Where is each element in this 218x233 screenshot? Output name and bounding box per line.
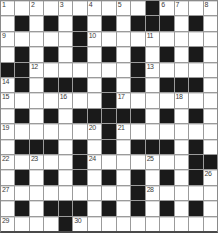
cell-r4c13[interactable] <box>175 47 188 61</box>
block-r14c5 <box>59 201 72 215</box>
cell-r7c4[interactable] <box>44 93 57 107</box>
cell-r12c9[interactable] <box>117 170 130 184</box>
block-r2c4 <box>44 16 57 30</box>
cell-r6c15[interactable] <box>204 78 217 92</box>
cell-r1c4[interactable] <box>44 1 57 15</box>
cell-r2c9[interactable] <box>117 16 130 30</box>
block-r4c6 <box>73 47 86 61</box>
cell-r15c8[interactable] <box>102 217 115 231</box>
cell-r1c1[interactable]: 1 <box>1 1 14 15</box>
block-r2c14 <box>189 16 202 30</box>
cell-r1c13[interactable]: 7 <box>175 1 188 15</box>
block-r7c8 <box>102 93 115 107</box>
clue-number-29: 29 <box>2 217 9 225</box>
cell-r8c11[interactable] <box>146 109 159 123</box>
cell-r3c14[interactable] <box>189 32 202 46</box>
cell-r1c9[interactable]: 5 <box>117 1 130 15</box>
block-r8c9 <box>117 109 130 123</box>
cell-r7c2[interactable] <box>15 93 28 107</box>
cell-r15c15[interactable] <box>204 217 217 231</box>
cell-r9c1[interactable]: 19 <box>1 124 14 138</box>
cell-r15c9[interactable] <box>117 217 130 231</box>
cell-r2c1[interactable] <box>1 16 14 30</box>
cell-r4c5[interactable] <box>59 47 72 61</box>
block-r10c10 <box>131 140 144 154</box>
cell-r13c8[interactable] <box>102 186 115 200</box>
cell-r9c13[interactable] <box>175 124 188 138</box>
cell-r14c7[interactable] <box>88 201 101 215</box>
cell-r13c5[interactable] <box>59 186 72 200</box>
block-r6c13 <box>175 78 188 92</box>
block-r2c12 <box>160 16 173 30</box>
cell-r2c3[interactable] <box>30 16 43 30</box>
clue-number-28: 28 <box>147 186 154 194</box>
cell-r5c13[interactable] <box>175 63 188 77</box>
cell-r4c1[interactable] <box>1 47 14 61</box>
cell-r11c1[interactable]: 22 <box>1 155 14 169</box>
cell-r9c6[interactable] <box>73 124 86 138</box>
clue-number-20: 20 <box>89 124 96 132</box>
cell-r10c5[interactable] <box>59 140 72 154</box>
cell-r12c5[interactable] <box>59 170 72 184</box>
cell-r15c12[interactable] <box>160 217 173 231</box>
cell-r1c7[interactable]: 4 <box>88 1 101 15</box>
cell-r5c15[interactable] <box>204 63 217 77</box>
clue-number-10: 10 <box>89 32 96 40</box>
cell-r6c9[interactable] <box>117 78 130 92</box>
block-r14c10 <box>131 201 144 215</box>
cell-r5c5[interactable] <box>59 63 72 77</box>
cell-r9c10[interactable] <box>131 124 144 138</box>
cell-r6c1[interactable]: 14 <box>1 78 14 92</box>
clue-number-12: 12 <box>31 63 38 71</box>
cell-r2c13[interactable] <box>175 16 188 30</box>
cell-r11c5[interactable] <box>59 155 72 169</box>
clue-number-11: 11 <box>147 32 153 40</box>
cell-r9c5[interactable] <box>59 124 72 138</box>
cell-r3c5[interactable] <box>59 32 72 46</box>
block-r5c2 <box>15 63 28 77</box>
block-r14c14 <box>189 201 202 215</box>
block-r5c10 <box>131 63 144 77</box>
cell-r7c9[interactable]: 17 <box>117 93 130 107</box>
cell-r14c13[interactable] <box>175 201 188 215</box>
cell-r5c6[interactable] <box>73 63 86 77</box>
clue-number-27: 27 <box>2 186 9 194</box>
cell-r3c11[interactable]: 11 <box>146 32 159 46</box>
clue-number-17: 17 <box>118 93 125 101</box>
cell-r7c10[interactable] <box>131 93 144 107</box>
clue-number-8: 8 <box>205 1 208 9</box>
clue-number-3: 3 <box>60 1 63 9</box>
cell-r3c2[interactable] <box>15 32 28 46</box>
block-r9c8 <box>102 124 115 138</box>
cell-r8c13[interactable] <box>175 109 188 123</box>
cell-r12c3[interactable] <box>30 170 43 184</box>
clue-number-4: 4 <box>89 1 92 9</box>
cell-r13c1[interactable]: 27 <box>1 186 14 200</box>
cell-r3c8[interactable] <box>102 32 115 46</box>
clue-number-26: 26 <box>205 170 212 178</box>
block-r1c11 <box>146 1 159 15</box>
block-r14c6 <box>73 201 86 215</box>
block-r4c12 <box>160 47 173 61</box>
block-r4c2 <box>15 47 28 61</box>
block-r5c1 <box>1 63 14 77</box>
cell-r7c11[interactable] <box>146 93 159 107</box>
block-r12c12 <box>160 170 173 184</box>
block-r8c2 <box>15 109 28 123</box>
block-r4c8 <box>102 47 115 61</box>
cell-r13c2[interactable] <box>15 186 28 200</box>
block-r12c6 <box>73 170 86 184</box>
cell-r11c9[interactable] <box>117 155 130 169</box>
cell-r10c9[interactable] <box>117 140 130 154</box>
cell-r1c12[interactable]: 6 <box>160 1 173 15</box>
cell-r2c7[interactable] <box>88 16 101 30</box>
cell-r9c4[interactable] <box>44 124 57 138</box>
clue-number-25: 25 <box>147 155 154 163</box>
cell-r9c7[interactable]: 20 <box>88 124 101 138</box>
block-r10c6 <box>73 140 86 154</box>
cell-r5c3[interactable]: 12 <box>30 63 43 77</box>
cell-r15c4[interactable] <box>44 217 57 231</box>
cell-r14c9[interactable] <box>117 201 130 215</box>
cell-r8c15[interactable] <box>204 109 217 123</box>
cell-r3c7[interactable]: 10 <box>88 32 101 46</box>
clue-number-15: 15 <box>2 93 9 101</box>
cell-r8c5[interactable] <box>59 109 72 123</box>
cell-r7c13[interactable]: 18 <box>175 93 188 107</box>
cell-r8c1[interactable] <box>1 109 14 123</box>
block-r10c12 <box>160 140 173 154</box>
clue-number-18: 18 <box>176 93 183 101</box>
cell-r7c7[interactable] <box>88 93 101 107</box>
cell-r14c11[interactable] <box>146 201 159 215</box>
cell-r4c3[interactable] <box>30 47 43 61</box>
cell-r3c15[interactable] <box>204 32 217 46</box>
cell-r9c15[interactable] <box>204 124 217 138</box>
cell-r12c13[interactable] <box>175 170 188 184</box>
block-r10c14 <box>189 140 202 154</box>
cell-r6c11[interactable] <box>146 78 159 92</box>
cell-r13c9[interactable] <box>117 186 130 200</box>
cell-r15c14[interactable] <box>189 217 202 231</box>
block-r2c2 <box>15 16 28 30</box>
block-r14c12 <box>160 201 173 215</box>
cell-r7c14[interactable] <box>189 93 202 107</box>
cell-r1c10[interactable] <box>131 1 144 15</box>
clue-number-22: 22 <box>2 155 9 163</box>
cell-r9c14[interactable] <box>189 124 202 138</box>
cell-r15c10[interactable] <box>131 217 144 231</box>
block-r2c6 <box>73 16 86 30</box>
cell-r7c1[interactable]: 15 <box>1 93 14 107</box>
cell-r4c11[interactable] <box>146 47 159 61</box>
cell-r10c7[interactable] <box>88 140 101 154</box>
cell-r10c1[interactable] <box>1 140 14 154</box>
block-r8c8 <box>102 109 115 123</box>
block-r6c10 <box>131 78 144 92</box>
block-r8c14 <box>189 109 202 123</box>
crossword-puzzle: 1234567891011121314151617181920212223242… <box>0 0 218 233</box>
cell-r9c3[interactable] <box>30 124 43 138</box>
block-r4c14 <box>189 47 202 61</box>
block-r12c14 <box>189 170 202 184</box>
cell-r11c4[interactable] <box>44 155 57 169</box>
cell-r4c7[interactable] <box>88 47 101 61</box>
cell-r4c9[interactable] <box>117 47 130 61</box>
block-r15c5 <box>59 217 72 231</box>
cell-r15c3[interactable] <box>30 217 43 231</box>
cell-r3c9[interactable] <box>117 32 130 46</box>
cell-r11c13[interactable] <box>175 155 188 169</box>
cell-r7c5[interactable]: 16 <box>59 93 72 107</box>
cell-r11c7[interactable]: 24 <box>88 155 101 169</box>
cell-r13c12[interactable] <box>160 186 173 200</box>
block-r11c14 <box>189 155 202 169</box>
cell-r12c1[interactable] <box>1 170 14 184</box>
block-r14c2 <box>15 201 28 215</box>
block-r8c7 <box>88 109 101 123</box>
cell-r14c15[interactable] <box>204 201 217 215</box>
cell-r11c8[interactable] <box>102 155 115 169</box>
clue-number-1: 1 <box>2 1 5 9</box>
cell-r15c6[interactable]: 30 <box>73 217 86 231</box>
block-r6c6 <box>73 78 86 92</box>
cell-r15c1[interactable]: 29 <box>1 217 14 231</box>
cell-r1c15[interactable]: 8 <box>204 1 217 15</box>
block-r2c10 <box>131 16 144 30</box>
block-r14c8 <box>102 201 115 215</box>
block-r8c4 <box>44 109 57 123</box>
cell-r1c14[interactable] <box>189 1 202 15</box>
cell-r5c9[interactable] <box>117 63 130 77</box>
cell-r1c2[interactable] <box>15 1 28 15</box>
cell-r7c6[interactable] <box>73 93 86 107</box>
cell-r15c11[interactable] <box>146 217 159 231</box>
cell-r13c7[interactable] <box>88 186 101 200</box>
block-r8c10 <box>131 109 144 123</box>
clue-number-14: 14 <box>2 78 9 86</box>
block-r2c8 <box>102 16 115 30</box>
block-r6c2 <box>15 78 28 92</box>
block-r11c6 <box>73 155 86 169</box>
cell-r7c12[interactable] <box>160 93 173 107</box>
cell-r5c12[interactable] <box>160 63 173 77</box>
cell-r3c1[interactable]: 9 <box>1 32 14 46</box>
cell-r10c13[interactable] <box>175 140 188 154</box>
cell-r5c14[interactable] <box>189 63 202 77</box>
cell-r7c3[interactable] <box>30 93 43 107</box>
cell-r13c4[interactable] <box>44 186 57 200</box>
clue-number-23: 23 <box>31 155 38 163</box>
cell-r3c12[interactable] <box>160 32 173 46</box>
cell-r1c5[interactable]: 3 <box>59 1 72 15</box>
block-r10c2 <box>15 140 28 154</box>
clue-number-2: 2 <box>31 1 34 9</box>
cell-r1c8[interactable] <box>102 1 115 15</box>
block-r10c3 <box>30 140 43 154</box>
block-r8c12 <box>160 109 173 123</box>
block-r6c8 <box>102 78 115 92</box>
block-r12c8 <box>102 170 115 184</box>
block-r12c4 <box>44 170 57 184</box>
cell-r15c7[interactable] <box>88 217 101 231</box>
cell-r4c15[interactable] <box>204 47 217 61</box>
block-r6c12 <box>160 78 173 92</box>
block-r4c10 <box>131 47 144 61</box>
cell-r13c3[interactable] <box>30 186 43 200</box>
clue-number-19: 19 <box>2 124 9 132</box>
cell-r11c12[interactable] <box>160 155 173 169</box>
cell-r5c8[interactable] <box>102 63 115 77</box>
cell-r14c3[interactable] <box>30 201 43 215</box>
block-r6c4 <box>44 78 57 92</box>
cell-r12c15[interactable]: 26 <box>204 170 217 184</box>
cell-r3c10[interactable] <box>131 32 144 46</box>
cell-r9c12[interactable] <box>160 124 173 138</box>
cell-r11c3[interactable]: 23 <box>30 155 43 169</box>
clue-number-30: 30 <box>74 217 81 225</box>
block-r4c4 <box>44 47 57 61</box>
cell-r6c7[interactable] <box>88 78 101 92</box>
cell-r3c4[interactable] <box>44 32 57 46</box>
block-r6c5 <box>59 78 72 92</box>
cell-r9c2[interactable] <box>15 124 28 138</box>
clue-number-13: 13 <box>147 63 154 71</box>
block-r6c14 <box>189 78 202 92</box>
block-r13c10 <box>131 186 144 200</box>
clue-number-16: 16 <box>60 93 67 101</box>
cell-r13c14[interactable] <box>189 186 202 200</box>
block-r8c6 <box>73 109 86 123</box>
cell-r13c11[interactable]: 28 <box>146 186 159 200</box>
cell-r8c3[interactable] <box>30 109 43 123</box>
cell-r15c13[interactable] <box>175 217 188 231</box>
clue-number-5: 5 <box>118 1 121 9</box>
cell-r9c9[interactable]: 21 <box>117 124 130 138</box>
cell-r11c10[interactable] <box>131 155 144 169</box>
block-r10c11 <box>146 140 159 154</box>
cell-r1c3[interactable]: 2 <box>30 1 43 15</box>
cell-r12c11[interactable] <box>146 170 159 184</box>
block-r3c6 <box>73 32 86 46</box>
block-r14c4 <box>44 201 57 215</box>
cell-r13c15[interactable] <box>204 186 217 200</box>
block-r12c2 <box>15 170 28 184</box>
cell-r2c15[interactable] <box>204 16 217 30</box>
clue-number-7: 7 <box>176 1 179 9</box>
cell-r11c11[interactable]: 25 <box>146 155 159 169</box>
cell-r5c7[interactable] <box>88 63 101 77</box>
cell-r9c11[interactable] <box>146 124 159 138</box>
clue-number-9: 9 <box>2 32 5 40</box>
block-r10c8 <box>102 140 115 154</box>
cell-r3c3[interactable] <box>30 32 43 46</box>
cell-r10c15[interactable] <box>204 140 217 154</box>
cell-r3c13[interactable] <box>175 32 188 46</box>
cell-r5c11[interactable]: 13 <box>146 63 159 77</box>
cell-r11c2[interactable] <box>15 155 28 169</box>
cell-r2c5[interactable] <box>59 16 72 30</box>
clue-number-6: 6 <box>161 1 164 9</box>
block-r12c10 <box>131 170 144 184</box>
cell-r13c6[interactable] <box>73 186 86 200</box>
cell-r13c13[interactable] <box>175 186 188 200</box>
block-r10c4 <box>44 140 57 154</box>
cell-r6c3[interactable] <box>30 78 43 92</box>
cell-r14c1[interactable] <box>1 201 14 215</box>
crossword-grid: 1234567891011121314151617181920212223242… <box>0 0 218 233</box>
block-r11c15 <box>204 155 217 169</box>
cell-r1c6[interactable] <box>73 1 86 15</box>
clue-number-21: 21 <box>118 124 125 132</box>
cell-r15c2[interactable] <box>15 217 28 231</box>
clue-number-24: 24 <box>89 155 96 163</box>
block-r2c11 <box>146 16 159 30</box>
cell-r12c7[interactable] <box>88 170 101 184</box>
cell-r7c15[interactable] <box>204 93 217 107</box>
cell-r5c4[interactable] <box>44 63 57 77</box>
